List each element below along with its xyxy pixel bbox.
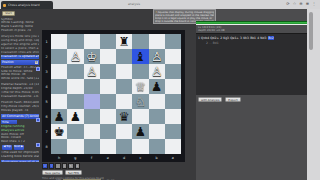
browser-chrome: Chess analysis board analysis ⟳☆⊕≡⋮ bbox=[0, 0, 320, 9]
pv-line-1: 1Qxb4Qd2+2Kg3Qe1+3Kh3Bb14Nd3Bc2 bbox=[198, 36, 305, 40]
square-f1[interactable] bbox=[84, 34, 100, 49]
square-b4[interactable]: ♟ bbox=[149, 79, 165, 94]
square-g4[interactable] bbox=[67, 79, 83, 94]
fen-row: FEN w · ply 74 bbox=[56, 179, 114, 180]
sidebar-start-button[interactable]: Start bbox=[2, 11, 15, 16]
best-lines-label: Best lines: 1 / 2 bbox=[1, 140, 39, 144]
rank-label-5: 5 bbox=[42, 94, 51, 109]
square-g3[interactable] bbox=[67, 64, 83, 79]
square-a7[interactable] bbox=[165, 124, 181, 139]
pv-move[interactable]: Nd3 bbox=[260, 36, 266, 40]
square-a1[interactable] bbox=[165, 34, 181, 49]
sidebar-help-highlight[interactable]: Evaluation is updated after every move. bbox=[1, 55, 39, 59]
section-badge: 0 bbox=[35, 61, 38, 64]
square-a3[interactable] bbox=[165, 64, 181, 79]
rank-label-3: 3 bbox=[42, 64, 51, 79]
square-d3[interactable] bbox=[116, 64, 132, 79]
fen-input[interactable] bbox=[63, 179, 101, 180]
file-label-c: c bbox=[132, 155, 148, 161]
section-title: Evaluation state of all engines bbox=[2, 160, 39, 162]
toolbar-icon[interactable]: ⊕ bbox=[299, 1, 302, 7]
board-action-buttons: New game Set FEN bbox=[42, 170, 82, 175]
pv-move[interactable]: 4 bbox=[257, 36, 259, 40]
square-h3[interactable] bbox=[51, 64, 67, 79]
white-piece-p-b3[interactable]: ♙ bbox=[149, 64, 165, 79]
square-h5[interactable] bbox=[51, 94, 67, 109]
square-c6[interactable] bbox=[132, 109, 148, 124]
rank-labels: 12345678 bbox=[42, 34, 51, 154]
black-piece-p-g6[interactable]: ♟ bbox=[67, 109, 83, 124]
square-f7[interactable] bbox=[84, 124, 100, 139]
browser-toolbar-icons[interactable]: ⟳☆⊕≡⋮ bbox=[286, 1, 316, 7]
square-b8[interactable] bbox=[149, 139, 165, 154]
nav-button[interactable]: » bbox=[62, 163, 68, 169]
square-d1[interactable]: ♜ bbox=[116, 34, 132, 49]
square-e2[interactable] bbox=[100, 49, 116, 64]
pv-move[interactable]: Bc2 bbox=[268, 36, 275, 40]
square-f8[interactable] bbox=[84, 139, 100, 154]
pv-move[interactable]: 3 bbox=[240, 36, 242, 40]
address-text[interactable]: analysis bbox=[128, 2, 140, 6]
square-g5[interactable] bbox=[67, 94, 83, 109]
square-h7[interactable]: ♚ bbox=[51, 124, 67, 139]
white-piece-p-f3[interactable]: ♙ bbox=[84, 64, 100, 79]
file-label-f: f bbox=[84, 155, 100, 161]
pv-move[interactable]: Bb1 bbox=[250, 36, 256, 40]
square-a2[interactable] bbox=[165, 49, 181, 64]
file-label-d: d bbox=[116, 155, 132, 161]
square-e1[interactable] bbox=[100, 34, 116, 49]
file-label-h: h bbox=[51, 155, 67, 161]
file-label-a: a bbox=[165, 155, 181, 161]
nav-button[interactable]: ↻ bbox=[68, 163, 74, 169]
engine-buttons: with Analysis Export bbox=[198, 97, 241, 102]
file-label-g: g bbox=[67, 155, 83, 161]
rank-label-2: 2 bbox=[42, 49, 51, 64]
black-piece-b-c2[interactable]: ♝ bbox=[132, 49, 148, 64]
toolbar-icon[interactable]: ⋮ bbox=[312, 1, 316, 7]
white-piece-k-f2[interactable]: ♔ bbox=[84, 49, 100, 64]
square-c7[interactable]: ♟ bbox=[132, 124, 148, 139]
square-b7[interactable] bbox=[149, 124, 165, 139]
left-sidebar: Start SymbolWhite Castling: NoneBlack Ca… bbox=[1, 10, 39, 162]
rank-label-8: 8 bbox=[42, 139, 51, 154]
black-piece-k-h7[interactable]: ♚ bbox=[51, 124, 67, 139]
square-d8[interactable] bbox=[116, 139, 132, 154]
black-piece-p-b4[interactable]: ♟ bbox=[149, 79, 165, 94]
engine-pv-box[interactable]: 1Qxb4Qd2+2Kg3Qe1+3Kh3Bb14Nd3Bc2 2 ... Bd… bbox=[196, 33, 307, 95]
tab-title: Chess analysis board bbox=[8, 3, 40, 7]
sidebar-scroll-marker[interactable] bbox=[36, 143, 40, 147]
browser-tab[interactable]: Chess analysis board bbox=[1, 1, 53, 9]
square-e4[interactable] bbox=[100, 79, 116, 94]
sidebar-scroll-marker[interactable] bbox=[36, 67, 40, 71]
section-title: All Commands (7) Actions bbox=[2, 114, 39, 119]
rank-label-4: 4 bbox=[42, 79, 51, 94]
board-squares: ♜♙♔♝♙♙♙♕♟♘♟♟♛♚♟ bbox=[51, 34, 181, 154]
square-h8[interactable] bbox=[51, 139, 67, 154]
white-piece-q-c4[interactable]: ♕ bbox=[132, 79, 148, 94]
square-d4[interactable] bbox=[116, 79, 132, 94]
square-e3[interactable] bbox=[100, 64, 116, 79]
square-c5[interactable]: ♘ bbox=[132, 94, 148, 109]
black-piece-q-d6[interactable]: ♛ bbox=[116, 109, 132, 124]
square-b2[interactable]: ♙ bbox=[149, 49, 165, 64]
square-f3[interactable]: ♙ bbox=[84, 64, 100, 79]
move-navigation: «‹›»↻✕ bbox=[42, 163, 80, 169]
square-g2[interactable]: ♙ bbox=[67, 49, 83, 64]
pv-line-2[interactable]: 2 ... Bd1 bbox=[206, 41, 305, 45]
square-c1[interactable] bbox=[132, 34, 148, 49]
fen-label: FEN bbox=[56, 179, 61, 180]
sidebar-stat-line: Evaluation baseline: +0.75 bbox=[1, 95, 39, 99]
rank-label-6: 6 bbox=[42, 109, 51, 124]
square-d6[interactable]: ♛ bbox=[116, 109, 132, 124]
toolbar-icon[interactable]: ≡ bbox=[306, 1, 309, 7]
nav-button[interactable]: › bbox=[55, 163, 61, 169]
sidebar-mini-button[interactable]: Next ▶ bbox=[14, 145, 24, 150]
page-scrollbar-thumb[interactable] bbox=[309, 12, 313, 50]
sidebar-stat-line: Moves played: 74 bbox=[1, 109, 39, 113]
square-a4[interactable] bbox=[165, 79, 181, 94]
square-d5[interactable] bbox=[116, 94, 132, 109]
pv-move[interactable]: 2 bbox=[220, 36, 222, 40]
file-label-b: b bbox=[149, 155, 165, 161]
square-g6[interactable]: ♟ bbox=[67, 109, 83, 124]
square-d7[interactable] bbox=[116, 124, 132, 139]
square-h4[interactable] bbox=[51, 79, 67, 94]
square-b3[interactable]: ♙ bbox=[149, 64, 165, 79]
sidebar-scroll-marker[interactable] bbox=[36, 118, 40, 122]
square-e7[interactable] bbox=[100, 124, 116, 139]
square-e8[interactable] bbox=[100, 139, 116, 154]
square-f6[interactable] bbox=[84, 109, 100, 124]
square-d2[interactable] bbox=[116, 49, 132, 64]
square-g1[interactable] bbox=[67, 34, 83, 49]
sidebar-stat-line: White score inc. rate (+2.26) bbox=[1, 77, 39, 81]
black-piece-p-c7[interactable]: ♟ bbox=[132, 124, 148, 139]
sidebar-section-position[interactable]: Position 0 bbox=[1, 60, 39, 65]
set-fen-button[interactable]: Set FEN bbox=[65, 170, 82, 175]
square-b1[interactable] bbox=[149, 34, 165, 49]
black-piece-p-h6[interactable]: ♟ bbox=[51, 109, 67, 124]
rank-label-7: 7 bbox=[42, 124, 51, 139]
square-h2[interactable] bbox=[51, 49, 67, 64]
chess-board: 12345678 ♜♙♔♝♙♙♙♕♟♘♟♟♛♚♟ hgfedcba bbox=[42, 30, 185, 162]
square-g8[interactable] bbox=[67, 139, 83, 154]
pv-move[interactable]: 1 bbox=[198, 36, 200, 40]
square-a5[interactable] bbox=[165, 94, 181, 109]
file-label-e: e bbox=[100, 155, 116, 161]
square-f2[interactable]: ♔ bbox=[84, 49, 100, 64]
file-labels: hgfedcba bbox=[51, 155, 181, 161]
square-g7[interactable] bbox=[67, 124, 83, 139]
pv-move[interactable]: Qd2+ bbox=[210, 36, 219, 40]
toolbar-icon[interactable]: ⟳ bbox=[286, 1, 289, 7]
white-piece-p-b2[interactable]: ♙ bbox=[149, 49, 165, 64]
rank-label-1: 1 bbox=[42, 34, 51, 49]
sidebar-section-engines[interactable]: Evaluation state of all engines bbox=[1, 160, 39, 162]
square-e6[interactable] bbox=[100, 109, 116, 124]
square-c8[interactable] bbox=[132, 139, 148, 154]
square-c3[interactable] bbox=[132, 64, 148, 79]
app-window: Chess analysis board analysis ⟳☆⊕≡⋮ Star… bbox=[0, 0, 320, 180]
black-piece-r-d1[interactable]: ♜ bbox=[116, 34, 132, 49]
favicon bbox=[3, 4, 6, 7]
white-piece-p-g2[interactable]: ♙ bbox=[67, 49, 83, 64]
white-piece-n-c5[interactable]: ♘ bbox=[132, 94, 148, 109]
export-button[interactable]: Export bbox=[225, 97, 240, 102]
new-game-button[interactable]: New game bbox=[42, 170, 63, 175]
square-b5[interactable] bbox=[149, 94, 165, 109]
pv-move[interactable]: Kh3 bbox=[243, 36, 249, 40]
toolbar-icon[interactable]: ☆ bbox=[293, 1, 297, 7]
engine-header: Lv 19:23:01 (24)depth 24/40 +0.48 bbox=[198, 26, 225, 33]
analysis-button[interactable]: with Analysis bbox=[198, 97, 222, 102]
pv-move[interactable]: Qxb4 bbox=[201, 36, 209, 40]
square-c2[interactable]: ♝ bbox=[132, 49, 148, 64]
sidebar-footer-line: Loading book before starting... bbox=[1, 155, 39, 159]
square-h1[interactable] bbox=[51, 34, 67, 49]
square-a8[interactable] bbox=[165, 139, 181, 154]
square-h6[interactable]: ♟ bbox=[51, 109, 67, 124]
nav-button[interactable]: ‹ bbox=[49, 163, 55, 169]
time-bar[interactable]: Time bbox=[1, 120, 17, 124]
nav-button[interactable]: ✕ bbox=[75, 163, 81, 169]
square-f5[interactable] bbox=[84, 94, 100, 109]
section-title: Position bbox=[2, 60, 14, 65]
sidebar-mini-button[interactable]: ◀ Top bbox=[2, 145, 12, 150]
fen-suffix: w · ply 74 bbox=[102, 179, 114, 180]
square-c4[interactable]: ♕ bbox=[132, 79, 148, 94]
nav-button[interactable]: « bbox=[42, 163, 48, 169]
pv-move[interactable]: Kg3 bbox=[223, 36, 229, 40]
pv-move[interactable]: Qe1+ bbox=[230, 36, 239, 40]
square-a6[interactable] bbox=[165, 109, 181, 124]
square-b6[interactable] bbox=[149, 109, 165, 124]
square-e5[interactable] bbox=[100, 94, 116, 109]
sidebar-section-commands[interactable]: All Commands (7) Actions bbox=[1, 114, 39, 119]
square-f4[interactable] bbox=[84, 79, 100, 94]
